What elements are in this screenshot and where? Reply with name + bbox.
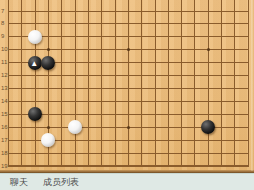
row-coordinate-label: 9 bbox=[1, 33, 9, 40]
grid-line bbox=[8, 75, 249, 76]
grid-line bbox=[8, 165, 249, 167]
white-stone bbox=[28, 30, 42, 44]
grid-line bbox=[221, 0, 222, 167]
row-coordinate-label: 17 bbox=[1, 137, 9, 144]
black-stone bbox=[201, 120, 215, 134]
grid-line bbox=[234, 0, 235, 167]
last-move-marker-icon: ▲ bbox=[30, 59, 40, 69]
bottom-bar: 聊天 成员列表 bbox=[0, 173, 254, 190]
grid-line bbox=[8, 36, 249, 37]
grid-line bbox=[8, 23, 249, 24]
white-stone bbox=[68, 120, 82, 134]
grid-line bbox=[208, 0, 209, 167]
star-point bbox=[207, 48, 210, 51]
grid-line bbox=[101, 0, 102, 167]
grid-line bbox=[155, 0, 156, 167]
row-coordinate-label: 16 bbox=[1, 124, 9, 131]
grid-line bbox=[194, 0, 195, 167]
row-coordinate-label: 10 bbox=[1, 46, 9, 53]
grid-line bbox=[181, 0, 182, 167]
grid-line bbox=[88, 0, 89, 167]
star-point bbox=[127, 126, 130, 129]
star-point bbox=[127, 48, 130, 51]
grid-line bbox=[168, 0, 169, 167]
black-stone bbox=[28, 107, 42, 121]
black-stone: ▲ bbox=[28, 56, 42, 70]
row-coordinate-label: 14 bbox=[1, 98, 9, 105]
board-right-edge-highlight bbox=[251, 0, 253, 171]
grid-line bbox=[61, 0, 62, 167]
tab-chat[interactable]: 聊天 bbox=[10, 174, 28, 190]
grid-line bbox=[35, 0, 36, 167]
grid-line bbox=[8, 11, 249, 12]
grid-line bbox=[8, 153, 249, 154]
grid-line bbox=[21, 0, 22, 167]
grid-line bbox=[128, 0, 129, 167]
row-coordinate-label: 8 bbox=[1, 20, 9, 27]
star-point bbox=[47, 48, 50, 51]
row-coordinate-label: 15 bbox=[1, 111, 9, 118]
star-point bbox=[47, 126, 50, 129]
row-coordinate-label: 7 bbox=[1, 8, 9, 15]
grid-line bbox=[248, 0, 250, 167]
go-app-screen: 78910111213141516171819▲ 聊天 成员列表 bbox=[0, 0, 254, 190]
tab-member-list[interactable]: 成员列表 bbox=[43, 174, 79, 190]
row-coordinate-label: 12 bbox=[1, 72, 9, 79]
white-stone bbox=[41, 133, 55, 147]
grid-line bbox=[75, 0, 76, 167]
row-coordinate-label: 18 bbox=[1, 150, 9, 157]
row-coordinate-label: 19 bbox=[1, 163, 9, 170]
row-coordinate-label: 11 bbox=[1, 59, 9, 66]
grid-line bbox=[141, 0, 142, 167]
grid-line bbox=[8, 88, 249, 89]
grid-line bbox=[115, 0, 116, 167]
go-board[interactable]: 78910111213141516171819▲ bbox=[0, 0, 254, 173]
black-stone bbox=[41, 56, 55, 70]
grid-line bbox=[8, 114, 249, 115]
grid-line bbox=[8, 101, 249, 102]
row-coordinate-label: 13 bbox=[1, 85, 9, 92]
